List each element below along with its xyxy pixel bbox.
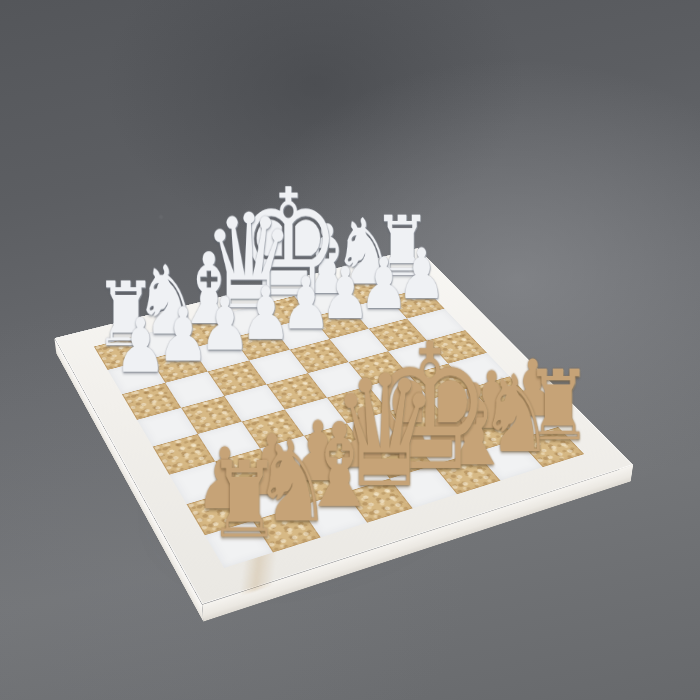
- photo-background: ♜♞♝♛♚♝♞♜♟♟♟♟♟♟♟♟♟♟♟♟♟♟♟♟♜♞♝♛♚♝♞♜: [0, 0, 700, 700]
- coral-rook-glyph: ♜: [146, 448, 342, 553]
- chess-set-scene: ♜♞♝♛♚♝♞♜♟♟♟♟♟♟♟♟♟♟♟♟♟♟♟♟♜♞♝♛♚♝♞♜: [110, 181, 544, 615]
- white-pawn-glyph: ♟: [56, 308, 225, 383]
